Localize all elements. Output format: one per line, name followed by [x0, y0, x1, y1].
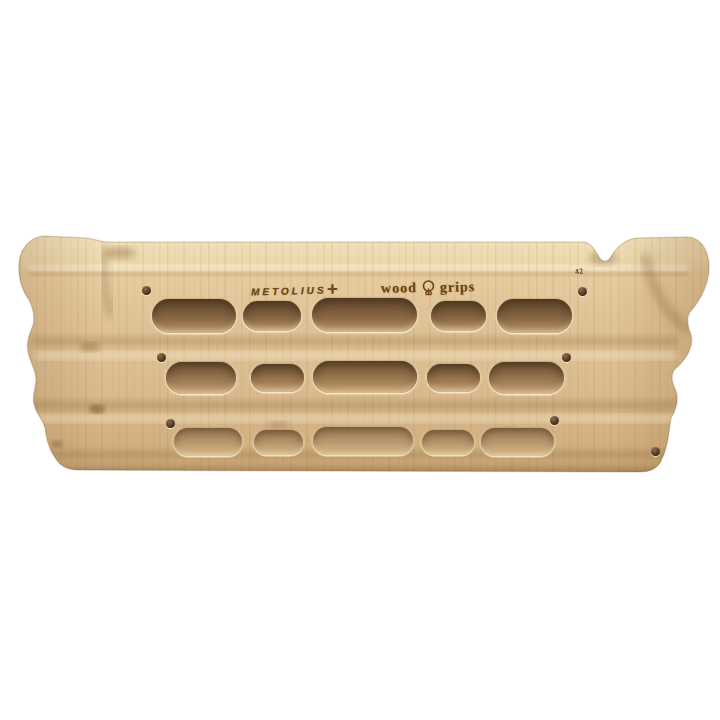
screw-hole: [157, 353, 166, 362]
wood-label: wood: [381, 280, 417, 297]
pocket-middle-2: [251, 364, 304, 392]
pocket-top-2: [243, 301, 301, 331]
metolius-wordmark: METOLIUS: [251, 284, 327, 297]
pocket-middle-1: [166, 362, 236, 394]
pocket-top-5: [497, 299, 572, 333]
pocket-top-4: [431, 301, 486, 331]
wood-grips-logo: wood grips: [381, 278, 476, 298]
pocket-bottom-5: [481, 428, 554, 456]
grips-label: grips: [440, 279, 476, 296]
pocket-top-3: [312, 298, 417, 332]
screw-hole: [562, 353, 571, 362]
screw-hole: [142, 286, 151, 295]
pocket-middle-5: [489, 362, 564, 394]
product-photo: METOLIUS✛ wood grips 42: [0, 0, 720, 720]
pocket-bottom-3: [313, 427, 413, 455]
screw-hole: [166, 419, 175, 428]
hangboard-silhouette: [0, 0, 720, 720]
tree-icon: [421, 280, 436, 296]
pocket-top-1: [152, 299, 236, 333]
pocket-bottom-1: [174, 428, 242, 456]
pocket-middle-3: [313, 361, 417, 393]
metolius-cross-icon: ✛: [327, 282, 337, 296]
screw-hole: [550, 416, 559, 425]
screw-hole: [578, 287, 587, 296]
pocket-middle-4: [427, 364, 480, 392]
stamp-number: 42: [574, 267, 583, 276]
pocket-bottom-2: [254, 430, 303, 455]
pocket-bottom-4: [422, 430, 474, 455]
screw-hole: [651, 447, 660, 456]
